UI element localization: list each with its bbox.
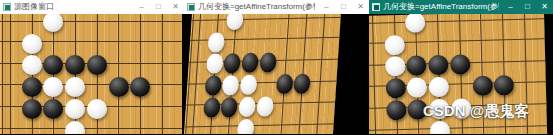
white-stone [43,14,63,32]
image-view-affine-2[interactable]: CSDN @愚鬼客 [369,14,553,134]
black-stone [203,97,221,117]
titlebar-source[interactable]: 源图像窗口 – □ ✕ [0,0,184,14]
white-stone [385,56,406,77]
go-board [0,14,182,134]
black-stone [386,100,407,121]
window-source-image: 源图像窗口 – □ ✕ [0,0,184,134]
white-stone [87,99,107,119]
white-stone [65,99,85,119]
white-stone [207,32,225,52]
close-button[interactable]: ✕ [167,0,184,14]
go-board-warped [184,14,341,134]
window-controls: – □ ✕ [133,0,184,14]
black-stone [275,74,293,94]
white-stone [238,96,256,116]
black-stone [109,77,129,97]
window-controls: – □ ✕ [502,0,553,14]
window-title: 几何变换=getAffineTransform(参数: 1/10.00/-1..… [383,0,499,14]
white-stone [206,54,224,74]
titlebar-affine-2[interactable]: 几何变换=getAffineTransform(参数: 1/10.00/-1..… [369,0,553,14]
white-stone [384,35,405,56]
black-stone [259,53,277,73]
black-stone [428,55,449,76]
white-stone [65,121,85,135]
white-stone [22,34,42,54]
window-controls: – □ ✕ [318,0,369,14]
close-button[interactable]: ✕ [352,0,369,14]
image-view-affine-1[interactable] [184,14,369,134]
black-stone [130,77,150,97]
black-stone [43,99,63,119]
csdn-watermark: CSDN @愚鬼客 [423,102,529,121]
white-stone [430,120,451,134]
white-stone [43,77,63,97]
white-stone [237,118,255,134]
black-stone [22,77,42,97]
black-stone [494,75,515,96]
black-stone [223,53,241,73]
desktop: 源图像窗口 – □ ✕ 几何变换=getAffineTransform(参数: … [0,0,553,134]
white-stone [429,77,450,98]
black-stone [87,55,107,75]
maximize-button[interactable]: □ [519,0,536,14]
black-stone [385,78,406,99]
opencv-window-icon [372,3,380,11]
opencv-window-icon [187,3,195,11]
black-stone [472,76,493,97]
window-title: 几何变换=getAffineTransform(参数: 0/10.0... [198,0,315,14]
white-stone [240,75,258,95]
minimize-button[interactable]: – [318,0,335,14]
maximize-button[interactable]: □ [335,0,352,14]
white-stone [65,77,85,97]
maximize-button[interactable]: □ [150,0,167,14]
black-stone [450,55,471,76]
minimize-button[interactable]: – [502,0,519,14]
black-stone [43,55,63,75]
image-view-source[interactable] [0,14,184,134]
white-stone [407,77,428,98]
black-stone [406,56,427,77]
white-stone [222,75,240,95]
window-affine-transform-1: 几何变换=getAffineTransform(参数: 0/10.0... – … [184,0,369,134]
white-stone [405,14,426,33]
white-stone [256,96,274,116]
window-affine-transform-2: 几何变换=getAffineTransform(参数: 1/10.00/-1..… [369,0,553,134]
black-stone [22,99,42,119]
white-stone [226,14,244,30]
black-stone [65,55,85,75]
white-stone [22,55,42,75]
black-stone [241,53,259,73]
opencv-window-icon [3,3,11,11]
black-stone [293,74,311,94]
close-button[interactable]: ✕ [536,0,553,14]
window-title: 源图像窗口 [14,0,130,14]
black-stone [204,75,222,95]
titlebar-affine-1[interactable]: 几何变换=getAffineTransform(参数: 0/10.0... – … [184,0,369,14]
black-stone [221,97,239,117]
minimize-button[interactable]: – [133,0,150,14]
